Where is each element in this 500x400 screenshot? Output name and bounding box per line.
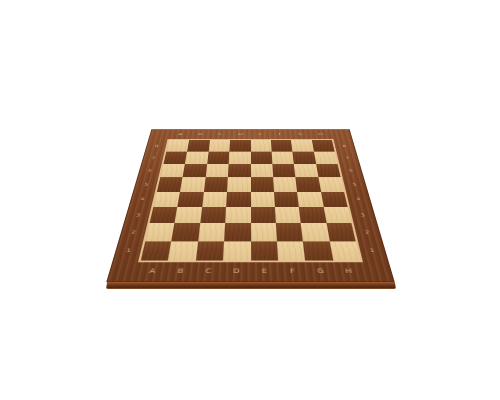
- square-g7: [293, 152, 316, 164]
- square-h6: [316, 164, 341, 177]
- rank-label-right-4: 4: [356, 197, 361, 201]
- square-f5: [273, 177, 297, 191]
- square-e4: [251, 192, 275, 207]
- square-e7: [251, 152, 273, 164]
- square-d4: [226, 192, 250, 207]
- square-f4: [274, 192, 299, 207]
- square-h7: [314, 152, 338, 164]
- playing-field-inlay-border: [138, 139, 363, 262]
- square-f3: [275, 207, 301, 223]
- square-d5: [227, 177, 250, 191]
- square-a5: [157, 177, 183, 191]
- rank-label-right-3: 3: [360, 213, 365, 217]
- square-b7: [185, 152, 208, 164]
- square-h4: [321, 192, 348, 207]
- square-e3: [251, 207, 276, 223]
- square-d1: [223, 241, 250, 260]
- square-g1: [303, 241, 333, 260]
- file-label-top-b: B: [198, 133, 203, 136]
- rank-label-left-2: 2: [131, 230, 136, 235]
- square-c7: [207, 152, 229, 164]
- square-d3: [225, 207, 250, 223]
- square-f2: [276, 223, 303, 241]
- square-c4: [202, 192, 227, 207]
- square-h5: [318, 177, 344, 191]
- square-a7: [163, 152, 187, 164]
- square-a6: [160, 164, 185, 177]
- rank-label-left-8: 8: [155, 144, 159, 147]
- rank-label-right-5: 5: [352, 182, 357, 186]
- square-b4: [178, 192, 204, 207]
- square-g3: [299, 207, 326, 223]
- file-label-bottom-e: E: [262, 268, 268, 274]
- file-label-top-d: D: [238, 133, 243, 136]
- file-label-bottom-b: B: [177, 268, 184, 274]
- square-d8: [229, 140, 250, 152]
- rank-label-right-7: 7: [345, 156, 349, 159]
- file-label-bottom-a: A: [149, 268, 156, 274]
- square-f8: [271, 140, 293, 152]
- square-e5: [251, 177, 274, 191]
- square-c8: [208, 140, 230, 152]
- file-label-bottom-h: H: [345, 268, 353, 274]
- square-f7: [272, 152, 294, 164]
- square-h3: [323, 207, 351, 223]
- square-g5: [296, 177, 321, 191]
- square-a8: [166, 140, 189, 152]
- square-d2: [224, 223, 250, 241]
- square-g2: [301, 223, 329, 241]
- square-c5: [204, 177, 228, 191]
- file-label-bottom-c: C: [205, 268, 211, 274]
- rank-label-left-6: 6: [148, 169, 153, 172]
- square-b8: [187, 140, 209, 152]
- square-b2: [172, 223, 200, 241]
- rank-label-left-7: 7: [151, 156, 155, 159]
- file-label-top-h: H: [318, 133, 323, 136]
- rank-label-right-6: 6: [349, 169, 354, 172]
- rank-label-left-4: 4: [140, 197, 145, 201]
- square-g4: [297, 192, 323, 207]
- rank-label-right-1: 1: [369, 248, 375, 253]
- square-c6: [205, 164, 228, 177]
- square-g8: [291, 140, 313, 152]
- square-e8: [251, 140, 272, 152]
- file-label-top-a: A: [178, 133, 183, 136]
- file-label-top-g: G: [298, 133, 303, 136]
- file-label-bottom-f: F: [290, 268, 295, 274]
- file-labels-top: ABCDEFGH: [169, 130, 331, 140]
- square-b5: [180, 177, 205, 191]
- square-c3: [200, 207, 226, 223]
- square-e6: [251, 164, 274, 177]
- rank-label-left-3: 3: [136, 213, 141, 217]
- product-photo-scene: ABCDEFGH ABCDEFGH 87654321 87654321: [0, 0, 500, 400]
- square-b1: [168, 241, 198, 260]
- rank-label-right-2: 2: [365, 230, 370, 235]
- rank-label-right-8: 8: [342, 144, 346, 147]
- square-h1: [329, 241, 360, 260]
- square-b3: [175, 207, 202, 223]
- square-a4: [153, 192, 180, 207]
- file-label-bottom-g: G: [317, 268, 324, 274]
- file-labels-bottom: ABCDEFGH: [136, 262, 365, 281]
- square-e2: [251, 223, 277, 241]
- square-e1: [251, 241, 278, 260]
- square-c1: [196, 241, 225, 260]
- board-front-edge: [106, 282, 396, 289]
- square-h8: [312, 140, 335, 152]
- square-c2: [198, 223, 225, 241]
- chess-board: ABCDEFGH ABCDEFGH 87654321 87654321: [106, 129, 395, 282]
- file-label-bottom-d: D: [233, 268, 240, 274]
- file-label-top-c: C: [218, 133, 222, 136]
- square-a3: [150, 207, 178, 223]
- square-d7: [229, 152, 251, 164]
- square-f6: [272, 164, 295, 177]
- file-label-top-f: F: [279, 133, 283, 136]
- square-g6: [294, 164, 318, 177]
- squares-grid: [141, 140, 360, 260]
- square-h2: [326, 223, 355, 241]
- square-b6: [183, 164, 207, 177]
- square-f1: [277, 241, 306, 260]
- rank-label-left-1: 1: [126, 248, 132, 253]
- square-d6: [228, 164, 251, 177]
- rank-label-left-5: 5: [144, 182, 149, 186]
- square-a2: [145, 223, 174, 241]
- file-label-top-e: E: [259, 133, 263, 136]
- square-a1: [141, 241, 172, 260]
